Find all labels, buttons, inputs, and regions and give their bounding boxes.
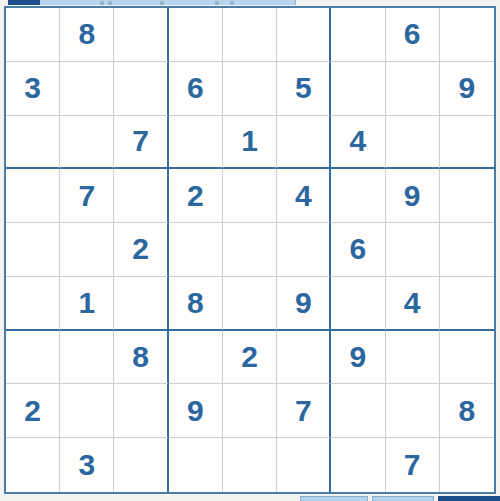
bottom-button-fragment-2[interactable] [372, 496, 434, 501]
cell-r2c6-given-5[interactable]: 5 [277, 62, 331, 116]
cell-r5c1-empty[interactable] [6, 223, 60, 277]
cell-r1c1-empty[interactable] [6, 8, 60, 62]
sudoku-board: 8636597147249261894829297837 [4, 6, 496, 494]
cell-r5c6-empty[interactable] [277, 223, 331, 277]
cell-r6c7-empty[interactable] [331, 277, 385, 331]
cell-r4c7-empty[interactable] [331, 169, 385, 223]
cell-r8c1-given-2[interactable]: 2 [6, 384, 60, 438]
toolbar-text-fragment [215, 1, 219, 5]
cell-r1c9-empty[interactable] [440, 8, 494, 62]
cell-r6c5-empty[interactable] [223, 277, 277, 331]
cell-r2c7-empty[interactable] [331, 62, 385, 116]
cell-r8c9-given-8[interactable]: 8 [440, 384, 494, 438]
cell-r9c2-given-3[interactable]: 3 [60, 438, 114, 492]
cell-r2c2-empty[interactable] [60, 62, 114, 116]
cell-r9c9-empty[interactable] [440, 438, 494, 492]
cell-r6c4-given-8[interactable]: 8 [169, 277, 223, 331]
cell-r7c1-empty[interactable] [6, 331, 60, 385]
cell-r8c7-empty[interactable] [331, 384, 385, 438]
cell-r7c8-empty[interactable] [386, 331, 440, 385]
cell-r3c7-given-4[interactable]: 4 [331, 116, 385, 170]
cell-r8c5-empty[interactable] [223, 384, 277, 438]
cell-r5c8-empty[interactable] [386, 223, 440, 277]
cell-r3c9-empty[interactable] [440, 116, 494, 170]
cell-r9c8-given-7[interactable]: 7 [386, 438, 440, 492]
cell-r2c9-given-9[interactable]: 9 [440, 62, 494, 116]
cell-r6c2-given-1[interactable]: 1 [60, 277, 114, 331]
cell-r4c8-given-9[interactable]: 9 [386, 169, 440, 223]
cell-r4c6-given-4[interactable]: 4 [277, 169, 331, 223]
cell-r7c6-empty[interactable] [277, 331, 331, 385]
cell-r7c5-given-2[interactable]: 2 [223, 331, 277, 385]
cell-r9c3-empty[interactable] [114, 438, 168, 492]
cell-r3c3-given-7[interactable]: 7 [114, 116, 168, 170]
cell-r3c8-empty[interactable] [386, 116, 440, 170]
cell-r9c5-empty[interactable] [223, 438, 277, 492]
bottom-button-fragment-1[interactable] [300, 496, 368, 501]
cell-r5c7-given-6[interactable]: 6 [331, 223, 385, 277]
cell-r5c9-empty[interactable] [440, 223, 494, 277]
cell-r1c7-empty[interactable] [331, 8, 385, 62]
toolbar-text-fragment [160, 1, 164, 5]
cell-r6c1-empty[interactable] [6, 277, 60, 331]
cell-r4c5-empty[interactable] [223, 169, 277, 223]
cell-r2c3-empty[interactable] [114, 62, 168, 116]
cell-r9c1-empty[interactable] [6, 438, 60, 492]
toolbar-text-fragment [108, 1, 112, 5]
cell-r5c4-empty[interactable] [169, 223, 223, 277]
cell-r7c3-given-8[interactable]: 8 [114, 331, 168, 385]
top-toolbar-light-bar [40, 0, 296, 5]
cell-r6c9-empty[interactable] [440, 277, 494, 331]
cell-r1c2-given-8[interactable]: 8 [60, 8, 114, 62]
cell-r8c2-empty[interactable] [60, 384, 114, 438]
cell-r3c5-given-1[interactable]: 1 [223, 116, 277, 170]
cell-r4c1-empty[interactable] [6, 169, 60, 223]
cell-r8c8-empty[interactable] [386, 384, 440, 438]
cell-r2c4-given-6[interactable]: 6 [169, 62, 223, 116]
cell-r5c2-empty[interactable] [60, 223, 114, 277]
cell-r9c7-empty[interactable] [331, 438, 385, 492]
cell-r8c4-given-9[interactable]: 9 [169, 384, 223, 438]
bottom-button-fragment-3[interactable] [438, 496, 500, 501]
cell-r1c3-empty[interactable] [114, 8, 168, 62]
cell-r3c2-empty[interactable] [60, 116, 114, 170]
cell-r4c9-empty[interactable] [440, 169, 494, 223]
top-toolbar-dark-block [8, 0, 40, 5]
cell-r5c5-empty[interactable] [223, 223, 277, 277]
cell-r6c6-given-9[interactable]: 9 [277, 277, 331, 331]
cell-r8c6-given-7[interactable]: 7 [277, 384, 331, 438]
cell-r2c1-given-3[interactable]: 3 [6, 62, 60, 116]
cell-r1c5-empty[interactable] [223, 8, 277, 62]
toolbar-text-fragment [230, 1, 234, 5]
cell-r7c4-empty[interactable] [169, 331, 223, 385]
cell-r9c4-empty[interactable] [169, 438, 223, 492]
cell-r1c8-given-6[interactable]: 6 [386, 8, 440, 62]
cell-r6c8-given-4[interactable]: 4 [386, 277, 440, 331]
cell-r9c6-empty[interactable] [277, 438, 331, 492]
cell-r8c3-empty[interactable] [114, 384, 168, 438]
cell-r1c6-empty[interactable] [277, 8, 331, 62]
cell-r7c9-empty[interactable] [440, 331, 494, 385]
cell-r1c4-empty[interactable] [169, 8, 223, 62]
cell-r4c3-empty[interactable] [114, 169, 168, 223]
bottom-button-strip [0, 495, 500, 501]
toolbar-text-fragment [100, 1, 104, 5]
cell-r6c3-empty[interactable] [114, 277, 168, 331]
cell-r2c8-empty[interactable] [386, 62, 440, 116]
cell-r7c2-empty[interactable] [60, 331, 114, 385]
cell-r4c2-given-7[interactable]: 7 [60, 169, 114, 223]
cell-r7c7-given-9[interactable]: 9 [331, 331, 385, 385]
cell-r5c3-given-2[interactable]: 2 [114, 223, 168, 277]
cell-r4c4-given-2[interactable]: 2 [169, 169, 223, 223]
cell-r2c5-empty[interactable] [223, 62, 277, 116]
cell-r3c6-empty[interactable] [277, 116, 331, 170]
cell-r3c4-empty[interactable] [169, 116, 223, 170]
cell-r3c1-empty[interactable] [6, 116, 60, 170]
